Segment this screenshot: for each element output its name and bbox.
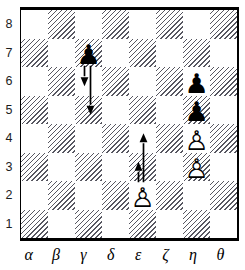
black-pawn: ♟ bbox=[75, 40, 102, 69]
square-b2[interactable] bbox=[48, 181, 75, 210]
black-pawn: ♟ bbox=[183, 69, 210, 98]
file-label-e: ε bbox=[125, 243, 152, 267]
square-a5[interactable] bbox=[21, 96, 48, 125]
square-a8[interactable] bbox=[21, 10, 48, 39]
rank-label-5: 5 bbox=[0, 96, 18, 125]
square-e7[interactable] bbox=[129, 39, 156, 68]
square-b8[interactable] bbox=[48, 10, 75, 39]
square-f5[interactable] bbox=[156, 96, 183, 125]
square-e2[interactable]: ♟♙ bbox=[129, 181, 156, 210]
square-a7[interactable] bbox=[21, 39, 48, 68]
square-d5[interactable] bbox=[102, 96, 129, 125]
square-d2[interactable] bbox=[102, 181, 129, 210]
rank-label-1: 1 bbox=[0, 210, 18, 239]
square-b4[interactable] bbox=[48, 124, 75, 153]
square-h6[interactable] bbox=[210, 67, 237, 96]
square-f7[interactable] bbox=[156, 39, 183, 68]
square-e1[interactable] bbox=[129, 210, 156, 239]
square-g6[interactable]: ♟ bbox=[183, 67, 210, 96]
black-pawn: ♟ bbox=[183, 97, 210, 126]
square-c5[interactable] bbox=[75, 96, 102, 125]
square-g3[interactable]: ♟♙ bbox=[183, 153, 210, 182]
square-g7[interactable] bbox=[183, 39, 210, 68]
square-f1[interactable] bbox=[156, 210, 183, 239]
square-a2[interactable] bbox=[21, 181, 48, 210]
square-e3[interactable] bbox=[129, 153, 156, 182]
rank-label-6: 6 bbox=[0, 67, 18, 96]
white-pawn-fill: ♟ bbox=[183, 126, 210, 155]
square-b3[interactable] bbox=[48, 153, 75, 182]
square-b6[interactable] bbox=[48, 67, 75, 96]
square-e6[interactable] bbox=[129, 67, 156, 96]
square-g1[interactable] bbox=[183, 210, 210, 239]
square-f3[interactable] bbox=[156, 153, 183, 182]
file-label-b: β bbox=[42, 243, 69, 267]
square-e4[interactable] bbox=[129, 124, 156, 153]
square-h2[interactable] bbox=[210, 181, 237, 210]
rank-label-7: 7 bbox=[0, 39, 18, 68]
square-d6[interactable] bbox=[102, 67, 129, 96]
white-pawn: ♙ bbox=[129, 183, 156, 212]
file-label-c: γ bbox=[70, 243, 97, 267]
square-h8[interactable] bbox=[210, 10, 237, 39]
square-h1[interactable] bbox=[210, 210, 237, 239]
square-g4[interactable]: ♟♙ bbox=[183, 124, 210, 153]
square-d4[interactable] bbox=[102, 124, 129, 153]
file-label-a: α bbox=[15, 243, 42, 267]
white-pawn: ♙ bbox=[183, 154, 210, 183]
rank-label-4: 4 bbox=[0, 124, 18, 153]
white-pawn-fill: ♟ bbox=[129, 183, 156, 212]
rank-labels: 87654321 bbox=[0, 10, 18, 238]
square-c3[interactable] bbox=[75, 153, 102, 182]
file-label-g: η bbox=[179, 243, 206, 267]
square-c2[interactable] bbox=[75, 181, 102, 210]
square-c4[interactable] bbox=[75, 124, 102, 153]
square-d1[interactable] bbox=[102, 210, 129, 239]
square-h3[interactable] bbox=[210, 153, 237, 182]
square-a4[interactable] bbox=[21, 124, 48, 153]
square-c8[interactable] bbox=[75, 10, 102, 39]
board-grid: ♟♟♟♟♙♟♙♟♙ bbox=[21, 10, 237, 238]
square-f6[interactable] bbox=[156, 67, 183, 96]
square-f2[interactable] bbox=[156, 181, 183, 210]
chess-board: ♟♟♟♟♙♟♙♟♙ bbox=[20, 7, 239, 241]
square-a1[interactable] bbox=[21, 210, 48, 239]
square-e5[interactable] bbox=[129, 96, 156, 125]
square-h5[interactable] bbox=[210, 96, 237, 125]
square-d8[interactable] bbox=[102, 10, 129, 39]
square-a3[interactable] bbox=[21, 153, 48, 182]
chess-diagram: 87654321 ♟♟♟♟♙♟♙♟♙ αβγδεζηθ bbox=[0, 0, 245, 270]
file-labels: αβγδεζηθ bbox=[15, 243, 234, 267]
square-c7[interactable]: ♟ bbox=[75, 39, 102, 68]
file-label-d: δ bbox=[97, 243, 124, 267]
square-b5[interactable] bbox=[48, 96, 75, 125]
square-c6[interactable] bbox=[75, 67, 102, 96]
white-pawn-fill: ♟ bbox=[183, 154, 210, 183]
square-d3[interactable] bbox=[102, 153, 129, 182]
square-a6[interactable] bbox=[21, 67, 48, 96]
square-g5[interactable]: ♟ bbox=[183, 96, 210, 125]
square-b7[interactable] bbox=[48, 39, 75, 68]
square-g8[interactable] bbox=[183, 10, 210, 39]
square-e8[interactable] bbox=[129, 10, 156, 39]
rank-label-8: 8 bbox=[0, 10, 18, 39]
file-label-f: ζ bbox=[152, 243, 179, 267]
square-c1[interactable] bbox=[75, 210, 102, 239]
square-g2[interactable] bbox=[183, 181, 210, 210]
square-f4[interactable] bbox=[156, 124, 183, 153]
rank-label-2: 2 bbox=[0, 181, 18, 210]
rank-label-3: 3 bbox=[0, 153, 18, 182]
square-f8[interactable] bbox=[156, 10, 183, 39]
square-b1[interactable] bbox=[48, 210, 75, 239]
white-pawn: ♙ bbox=[183, 126, 210, 155]
square-h7[interactable] bbox=[210, 39, 237, 68]
square-h4[interactable] bbox=[210, 124, 237, 153]
square-d7[interactable] bbox=[102, 39, 129, 68]
file-label-h: θ bbox=[207, 243, 234, 267]
